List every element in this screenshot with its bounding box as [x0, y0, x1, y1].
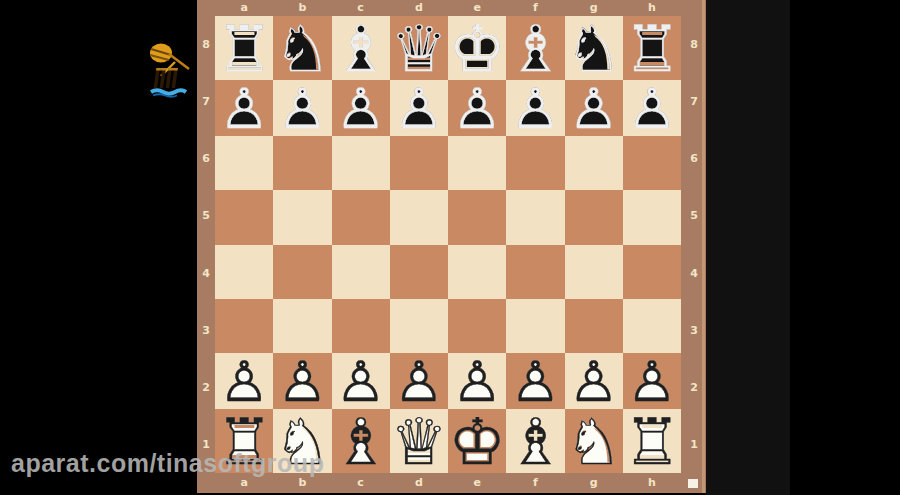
square-d5[interactable] [390, 190, 448, 244]
square-a3[interactable] [215, 299, 273, 353]
square-d6[interactable] [390, 136, 448, 190]
square-e3[interactable] [448, 299, 506, 353]
square-b3[interactable] [273, 299, 331, 353]
piece-white-knight[interactable]: ♞ [565, 410, 622, 474]
square-e4[interactable] [448, 245, 506, 299]
piece-black-knight[interactable]: ♞ [274, 17, 331, 81]
video-frame: abcdefgh abcdefgh 87654321 87654321 ♜♞♝♛… [0, 0, 900, 495]
square-b6[interactable] [273, 136, 331, 190]
square-c1[interactable]: ♝ [332, 409, 390, 473]
piece-black-pawn[interactable]: ♟ [627, 81, 677, 137]
square-e2[interactable]: ♟ [448, 353, 506, 409]
square-g7[interactable]: ♟ [565, 80, 623, 136]
rank-label-3: 3 [690, 324, 698, 337]
rank-label-7: 7 [202, 95, 210, 108]
piece-black-bishop[interactable]: ♝ [332, 17, 389, 81]
rank-label-8: 8 [690, 38, 698, 51]
square-f4[interactable] [506, 245, 564, 299]
square-c3[interactable] [332, 299, 390, 353]
piece-white-rook[interactable]: ♜ [623, 410, 680, 474]
piece-white-pawn[interactable]: ♟ [219, 354, 269, 410]
piece-black-king[interactable]: ♚ [448, 17, 505, 81]
square-h8[interactable]: ♜ [623, 16, 681, 80]
rank-label-6: 6 [690, 152, 698, 165]
piece-white-pawn[interactable]: ♟ [452, 354, 502, 410]
square-e1[interactable]: ♚ [448, 409, 506, 473]
square-g5[interactable] [565, 190, 623, 244]
square-e5[interactable] [448, 190, 506, 244]
square-a6[interactable] [215, 136, 273, 190]
rank-label-7: 7 [690, 95, 698, 108]
square-a7[interactable]: ♟ [215, 80, 273, 136]
rank-label-8: 8 [202, 38, 210, 51]
piece-white-pawn[interactable]: ♟ [569, 354, 619, 410]
square-h3[interactable] [623, 299, 681, 353]
piece-white-pawn[interactable]: ♟ [627, 354, 677, 410]
piece-white-queen[interactable]: ♛ [390, 410, 447, 474]
piece-black-rook[interactable]: ♜ [215, 17, 272, 81]
chess-board: abcdefgh abcdefgh 87654321 87654321 ♜♞♝♛… [197, 0, 706, 493]
rank-labels-right: 87654321 [683, 16, 705, 473]
square-e8[interactable]: ♚ [448, 16, 506, 80]
square-f2[interactable]: ♟ [506, 353, 564, 409]
watermark-url: aparat.com/tinasoftgroup [11, 449, 324, 478]
piece-white-pawn[interactable]: ♟ [394, 354, 444, 410]
square-c4[interactable] [332, 245, 390, 299]
rank-label-4: 4 [202, 267, 210, 280]
piece-black-knight[interactable]: ♞ [565, 17, 622, 81]
piece-black-pawn[interactable]: ♟ [336, 81, 386, 137]
piece-black-pawn[interactable]: ♟ [510, 81, 560, 137]
square-d3[interactable] [390, 299, 448, 353]
square-c2[interactable]: ♟ [332, 353, 390, 409]
square-d2[interactable]: ♟ [390, 353, 448, 409]
rank-label-6: 6 [202, 152, 210, 165]
square-d1[interactable]: ♛ [390, 409, 448, 473]
square-h2[interactable]: ♟ [623, 353, 681, 409]
piece-black-bishop[interactable]: ♝ [507, 17, 564, 81]
background-band [705, 0, 790, 495]
square-e6[interactable] [448, 136, 506, 190]
square-a2[interactable]: ♟ [215, 353, 273, 409]
rank-label-5: 5 [690, 209, 698, 222]
piece-white-pawn[interactable]: ♟ [510, 354, 560, 410]
square-h1[interactable]: ♜ [623, 409, 681, 473]
square-h5[interactable] [623, 190, 681, 244]
piece-white-bishop[interactable]: ♝ [507, 410, 564, 474]
square-h4[interactable] [623, 245, 681, 299]
square-c6[interactable] [332, 136, 390, 190]
square-a5[interactable] [215, 190, 273, 244]
square-f1[interactable]: ♝ [506, 409, 564, 473]
piece-black-pawn[interactable]: ♟ [452, 81, 502, 137]
piece-black-pawn[interactable]: ♟ [277, 81, 327, 137]
piece-white-king[interactable]: ♚ [448, 410, 505, 474]
board-corner-marker [688, 479, 698, 488]
square-g1[interactable]: ♞ [565, 409, 623, 473]
square-b5[interactable] [273, 190, 331, 244]
square-c8[interactable]: ♝ [332, 16, 390, 80]
square-d8[interactable]: ♛ [390, 16, 448, 80]
piece-white-pawn[interactable]: ♟ [336, 354, 386, 410]
square-g2[interactable]: ♟ [565, 353, 623, 409]
square-b2[interactable]: ♟ [273, 353, 331, 409]
rank-label-2: 2 [202, 381, 210, 394]
square-g6[interactable] [565, 136, 623, 190]
piece-white-pawn[interactable]: ♟ [277, 354, 327, 410]
square-b8[interactable]: ♞ [273, 16, 331, 80]
square-f7[interactable]: ♟ [506, 80, 564, 136]
square-g8[interactable]: ♞ [565, 16, 623, 80]
rank-label-2: 2 [690, 381, 698, 394]
rank-label-4: 4 [690, 267, 698, 280]
rank-label-5: 5 [202, 209, 210, 222]
piece-black-pawn[interactable]: ♟ [219, 81, 269, 137]
square-f5[interactable] [506, 190, 564, 244]
piece-black-pawn[interactable]: ♟ [394, 81, 444, 137]
square-a4[interactable] [215, 245, 273, 299]
square-h6[interactable] [623, 136, 681, 190]
square-d7[interactable]: ♟ [390, 80, 448, 136]
square-f8[interactable]: ♝ [506, 16, 564, 80]
channel-logo-icon [146, 42, 194, 100]
rank-labels-left: 87654321 [197, 16, 215, 473]
square-h7[interactable]: ♟ [623, 80, 681, 136]
square-g3[interactable] [565, 299, 623, 353]
rank-label-1: 1 [690, 438, 698, 451]
board-squares: ♜♞♝♛♚♝♞♜♟♟♟♟♟♟♟♟♟♟♟♟♟♟♟♟♜♞♝♛♚♝♞♜ [215, 16, 681, 473]
square-b4[interactable] [273, 245, 331, 299]
piece-black-pawn[interactable]: ♟ [569, 81, 619, 137]
rank-label-3: 3 [202, 324, 210, 337]
square-c7[interactable]: ♟ [332, 80, 390, 136]
square-c5[interactable] [332, 190, 390, 244]
square-e7[interactable]: ♟ [448, 80, 506, 136]
square-f6[interactable] [506, 136, 564, 190]
square-f3[interactable] [506, 299, 564, 353]
piece-black-queen[interactable]: ♛ [390, 17, 447, 81]
piece-black-rook[interactable]: ♜ [623, 17, 680, 81]
piece-white-bishop[interactable]: ♝ [332, 410, 389, 474]
square-b7[interactable]: ♟ [273, 80, 331, 136]
square-g4[interactable] [565, 245, 623, 299]
square-d4[interactable] [390, 245, 448, 299]
square-a8[interactable]: ♜ [215, 16, 273, 80]
